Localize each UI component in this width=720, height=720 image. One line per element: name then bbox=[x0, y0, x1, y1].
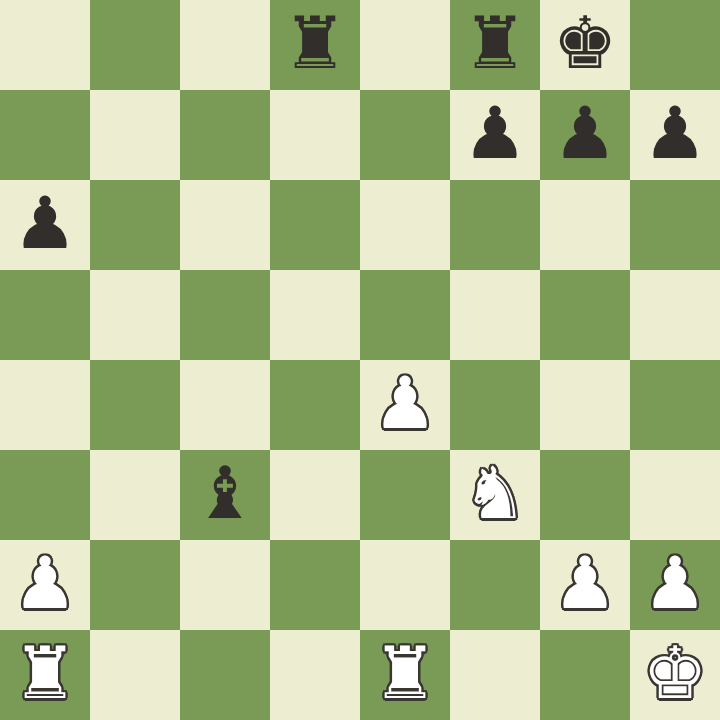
square-c7[interactable] bbox=[180, 90, 270, 180]
square-a1[interactable]: ♜ bbox=[0, 630, 90, 720]
square-f8[interactable]: ♜ bbox=[450, 0, 540, 90]
square-c6[interactable] bbox=[180, 180, 270, 270]
square-b1[interactable] bbox=[90, 630, 180, 720]
square-h5[interactable] bbox=[630, 270, 720, 360]
square-c2[interactable] bbox=[180, 540, 270, 630]
chess-board: ♜♜♚♟♟♟♟♟♝♞♟♟♟♜♜♚ bbox=[0, 0, 720, 720]
piece-black-pawn[interactable]: ♟ bbox=[463, 88, 528, 178]
square-f5[interactable] bbox=[450, 270, 540, 360]
square-g6[interactable] bbox=[540, 180, 630, 270]
square-c1[interactable] bbox=[180, 630, 270, 720]
square-f3[interactable]: ♞ bbox=[450, 450, 540, 540]
square-d8[interactable]: ♜ bbox=[270, 0, 360, 90]
square-b7[interactable] bbox=[90, 90, 180, 180]
square-b3[interactable] bbox=[90, 450, 180, 540]
square-b5[interactable] bbox=[90, 270, 180, 360]
square-a6[interactable]: ♟ bbox=[0, 180, 90, 270]
piece-white-king[interactable]: ♚ bbox=[643, 628, 708, 718]
square-h1[interactable]: ♚ bbox=[630, 630, 720, 720]
square-e3[interactable] bbox=[360, 450, 450, 540]
square-d2[interactable] bbox=[270, 540, 360, 630]
square-f2[interactable] bbox=[450, 540, 540, 630]
square-h8[interactable] bbox=[630, 0, 720, 90]
piece-white-rook[interactable]: ♜ bbox=[373, 628, 438, 718]
square-h2[interactable]: ♟ bbox=[630, 540, 720, 630]
square-d5[interactable] bbox=[270, 270, 360, 360]
square-b4[interactable] bbox=[90, 360, 180, 450]
piece-black-pawn[interactable]: ♟ bbox=[13, 178, 78, 268]
piece-black-pawn[interactable]: ♟ bbox=[643, 88, 708, 178]
square-g5[interactable] bbox=[540, 270, 630, 360]
piece-black-rook[interactable]: ♜ bbox=[463, 0, 528, 88]
piece-white-pawn[interactable]: ♟ bbox=[553, 538, 618, 628]
square-g8[interactable]: ♚ bbox=[540, 0, 630, 90]
square-b6[interactable] bbox=[90, 180, 180, 270]
square-a7[interactable] bbox=[0, 90, 90, 180]
square-g3[interactable] bbox=[540, 450, 630, 540]
square-d7[interactable] bbox=[270, 90, 360, 180]
piece-white-pawn[interactable]: ♟ bbox=[13, 538, 78, 628]
piece-black-rook[interactable]: ♜ bbox=[283, 0, 348, 88]
square-b8[interactable] bbox=[90, 0, 180, 90]
square-d4[interactable] bbox=[270, 360, 360, 450]
square-f4[interactable] bbox=[450, 360, 540, 450]
square-f6[interactable] bbox=[450, 180, 540, 270]
square-a8[interactable] bbox=[0, 0, 90, 90]
square-c4[interactable] bbox=[180, 360, 270, 450]
square-g2[interactable]: ♟ bbox=[540, 540, 630, 630]
square-e6[interactable] bbox=[360, 180, 450, 270]
square-g7[interactable]: ♟ bbox=[540, 90, 630, 180]
square-a5[interactable] bbox=[0, 270, 90, 360]
square-h4[interactable] bbox=[630, 360, 720, 450]
piece-white-pawn[interactable]: ♟ bbox=[643, 538, 708, 628]
square-a3[interactable] bbox=[0, 450, 90, 540]
square-d3[interactable] bbox=[270, 450, 360, 540]
square-d6[interactable] bbox=[270, 180, 360, 270]
square-g1[interactable] bbox=[540, 630, 630, 720]
piece-black-pawn[interactable]: ♟ bbox=[553, 88, 618, 178]
square-a2[interactable]: ♟ bbox=[0, 540, 90, 630]
square-e4[interactable]: ♟ bbox=[360, 360, 450, 450]
square-h7[interactable]: ♟ bbox=[630, 90, 720, 180]
square-c5[interactable] bbox=[180, 270, 270, 360]
square-e2[interactable] bbox=[360, 540, 450, 630]
square-f1[interactable] bbox=[450, 630, 540, 720]
square-a4[interactable] bbox=[0, 360, 90, 450]
piece-black-king[interactable]: ♚ bbox=[553, 0, 618, 88]
piece-white-pawn[interactable]: ♟ bbox=[373, 358, 438, 448]
square-c3[interactable]: ♝ bbox=[180, 450, 270, 540]
square-e7[interactable] bbox=[360, 90, 450, 180]
square-g4[interactable] bbox=[540, 360, 630, 450]
square-e5[interactable] bbox=[360, 270, 450, 360]
square-c8[interactable] bbox=[180, 0, 270, 90]
piece-white-knight[interactable]: ♞ bbox=[463, 448, 528, 538]
square-h3[interactable] bbox=[630, 450, 720, 540]
piece-white-rook[interactable]: ♜ bbox=[13, 628, 78, 718]
piece-black-bishop[interactable]: ♝ bbox=[193, 448, 258, 538]
square-e8[interactable] bbox=[360, 0, 450, 90]
square-e1[interactable]: ♜ bbox=[360, 630, 450, 720]
square-b2[interactable] bbox=[90, 540, 180, 630]
square-d1[interactable] bbox=[270, 630, 360, 720]
square-h6[interactable] bbox=[630, 180, 720, 270]
square-f7[interactable]: ♟ bbox=[450, 90, 540, 180]
